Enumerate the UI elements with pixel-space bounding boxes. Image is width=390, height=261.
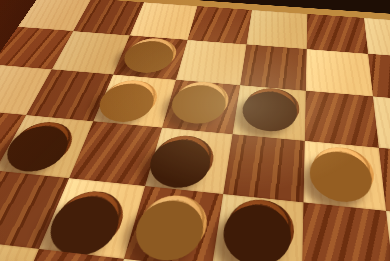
board-square[interactable] <box>233 85 306 141</box>
checker-piece-light[interactable] <box>122 36 181 71</box>
board-square[interactable] <box>188 6 252 44</box>
board-square[interactable] <box>162 79 240 133</box>
board-square[interactable] <box>364 17 390 58</box>
board-square[interactable] <box>212 194 304 261</box>
board-square[interactable] <box>247 9 308 48</box>
board-square[interactable] <box>303 140 386 210</box>
board-square[interactable] <box>302 202 390 261</box>
board-square[interactable] <box>240 44 307 90</box>
board-square[interactable] <box>145 127 232 193</box>
checker-piece-dark[interactable] <box>147 132 217 185</box>
board-square[interactable] <box>306 49 373 96</box>
board-square[interactable] <box>307 13 368 53</box>
board-square[interactable] <box>223 134 305 202</box>
board-square[interactable] <box>305 90 379 147</box>
board-square[interactable] <box>176 39 247 84</box>
checkers-board-photo <box>0 0 390 261</box>
checker-piece-light[interactable] <box>312 144 377 199</box>
checker-piece-dark[interactable] <box>223 196 296 261</box>
checker-piece-dark[interactable] <box>242 86 300 130</box>
checker-piece-light[interactable] <box>170 79 232 122</box>
checker-piece-light[interactable] <box>132 192 211 258</box>
checkerboard <box>0 0 390 261</box>
